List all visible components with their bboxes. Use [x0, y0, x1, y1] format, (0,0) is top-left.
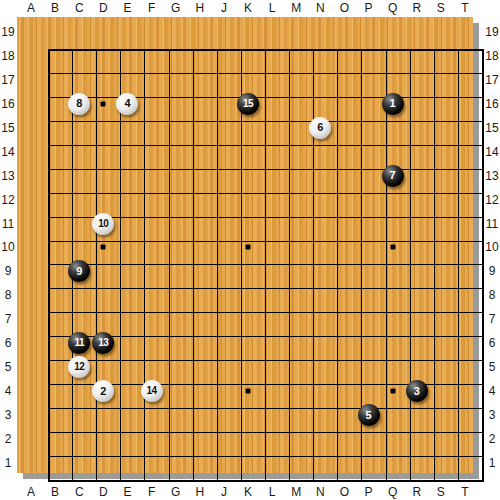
col-label-top: C: [75, 1, 84, 15]
grid-line-horizontal: [48, 288, 484, 289]
grid-line-horizontal: [48, 217, 484, 218]
board-grid: [48, 49, 483, 481]
grid-line-vertical: [169, 49, 170, 482]
col-label-bottom: B: [51, 485, 59, 499]
row-label-left: 16: [1, 97, 14, 111]
grid-line-horizontal: [48, 456, 484, 457]
grid-line-vertical: [120, 49, 121, 482]
col-label-bottom: H: [195, 485, 204, 499]
col-label-bottom: K: [244, 485, 252, 499]
grid-line-horizontal: [48, 97, 484, 98]
row-label-left: 19: [1, 25, 14, 39]
grid-line-vertical: [193, 49, 194, 482]
stone-black-3: 3: [406, 380, 428, 402]
stone-move-number: 11: [74, 338, 84, 348]
col-label-bottom: F: [148, 485, 155, 499]
col-label-top: G: [171, 1, 180, 15]
row-label-right: 13: [485, 169, 498, 183]
row-label-right: 19: [485, 25, 498, 39]
grid-line-horizontal: [48, 336, 484, 337]
row-label-right: 14: [485, 145, 498, 159]
grid-line-vertical: [48, 49, 50, 482]
row-label-left: 12: [1, 193, 14, 207]
col-label-bottom: E: [123, 485, 131, 499]
row-label-left: 10: [1, 240, 14, 254]
col-label-top: R: [412, 1, 421, 15]
grid-line-vertical: [386, 49, 387, 482]
grid-line-horizontal: [48, 432, 484, 433]
row-label-left: 2: [5, 432, 12, 446]
grid-line-vertical: [458, 49, 459, 482]
row-label-right: 16: [485, 97, 498, 111]
col-label-top: O: [340, 1, 349, 15]
grid-line-vertical: [482, 49, 484, 482]
go-kifu-page: 123456789101112131415 AABBCCDDEEFFGGHHJJ…: [0, 0, 500, 500]
col-label-bottom: S: [437, 485, 445, 499]
grid-line-horizontal: [48, 360, 484, 361]
col-label-top: Q: [388, 1, 397, 15]
col-label-top: J: [221, 1, 227, 15]
col-label-top: T: [461, 1, 468, 15]
row-label-right: 4: [489, 384, 496, 398]
grid-line-vertical: [337, 49, 338, 482]
stone-move-number: 15: [243, 99, 253, 109]
row-label-right: 12: [485, 193, 498, 207]
grid-line-horizontal: [48, 121, 484, 122]
stone-move-number: 9: [76, 266, 82, 277]
stone-move-number: 10: [98, 219, 108, 229]
col-label-bottom: C: [75, 485, 84, 499]
grid-line-horizontal: [48, 169, 484, 170]
grid-line-vertical: [410, 49, 411, 482]
stone-move-number: 5: [365, 410, 371, 421]
row-label-left: 13: [1, 169, 14, 183]
col-label-top: H: [195, 1, 204, 15]
stone-black-7: 7: [382, 165, 404, 187]
grid-line-horizontal: [48, 73, 484, 74]
stone-move-number: 13: [98, 338, 108, 348]
row-label-left: 6: [5, 336, 12, 350]
row-label-right: 18: [485, 49, 498, 63]
grid-line-horizontal: [48, 264, 484, 265]
row-label-right: 15: [485, 121, 498, 135]
col-label-bottom: M: [291, 485, 301, 499]
stone-black-5: 5: [358, 404, 380, 426]
stone-move-number: 14: [146, 386, 156, 396]
row-label-left: 4: [5, 384, 12, 398]
col-label-bottom: D: [99, 485, 108, 499]
stone-move-number: 8: [76, 98, 82, 109]
star-point: [390, 245, 395, 250]
stone-move-number: 4: [124, 98, 130, 109]
row-label-left: 14: [1, 145, 14, 159]
col-label-bottom: G: [171, 485, 180, 499]
col-label-top: K: [244, 1, 252, 15]
col-label-top: L: [269, 1, 276, 15]
row-label-left: 18: [1, 49, 14, 63]
go-board[interactable]: 123456789101112131415: [17, 17, 473, 473]
grid-line-horizontal: [48, 312, 484, 313]
row-label-right: 11: [486, 217, 498, 231]
star-point: [390, 389, 395, 394]
grid-line-vertical: [313, 49, 314, 482]
star-point: [101, 245, 106, 250]
col-label-bottom: T: [461, 485, 468, 499]
col-label-bottom: P: [365, 485, 373, 499]
stone-black-15: 15: [237, 93, 259, 115]
stone-move-number: 12: [74, 362, 84, 372]
stone-move-number: 3: [414, 386, 420, 397]
col-label-top: P: [365, 1, 373, 15]
col-label-top: E: [123, 1, 131, 15]
star-point: [101, 101, 106, 106]
row-label-left: 11: [2, 217, 14, 231]
col-label-top: M: [291, 1, 301, 15]
grid-line-vertical: [434, 49, 435, 482]
row-label-right: 9: [489, 264, 496, 278]
col-label-top: S: [437, 1, 445, 15]
stone-white-8: 8: [68, 93, 90, 115]
col-label-bottom: Q: [388, 485, 397, 499]
stone-move-number: 7: [390, 170, 396, 181]
star-point: [245, 389, 250, 394]
row-label-left: 1: [5, 456, 12, 470]
row-label-right: 6: [489, 336, 496, 350]
col-label-bottom: O: [340, 485, 349, 499]
stone-move-number: 2: [100, 386, 106, 397]
row-label-left: 17: [1, 73, 14, 87]
grid-line-vertical: [144, 49, 145, 482]
row-label-right: 3: [489, 408, 496, 422]
col-label-bottom: N: [316, 485, 325, 499]
col-label-top: B: [51, 1, 59, 15]
col-label-top: F: [148, 1, 155, 15]
row-label-left: 8: [5, 288, 12, 302]
grid-line-vertical: [241, 49, 242, 482]
grid-line-horizontal: [48, 241, 484, 242]
grid-line-horizontal: [48, 480, 484, 482]
col-label-bottom: L: [269, 485, 276, 499]
row-label-right: 7: [489, 312, 496, 326]
row-label-left: 15: [1, 121, 14, 135]
stone-white-6: 6: [309, 117, 331, 139]
col-label-bottom: A: [27, 485, 35, 499]
grid-line-horizontal: [48, 408, 484, 409]
col-label-top: D: [99, 1, 108, 15]
grid-line-horizontal: [48, 49, 484, 51]
grid-line-vertical: [217, 49, 218, 482]
row-label-right: 8: [489, 288, 496, 302]
col-label-top: A: [27, 1, 35, 15]
grid-line-vertical: [289, 49, 290, 482]
row-label-right: 5: [489, 360, 496, 374]
grid-line-horizontal: [48, 193, 484, 194]
row-label-right: 10: [485, 240, 498, 254]
grid-line-vertical: [265, 49, 266, 482]
row-label-right: 1: [489, 456, 496, 470]
stone-white-10: 10: [92, 213, 114, 235]
col-label-top: N: [316, 1, 325, 15]
col-label-bottom: J: [221, 485, 227, 499]
grid-line-vertical: [96, 49, 97, 482]
stone-black-1: 1: [382, 93, 404, 115]
stone-move-number: 1: [390, 98, 396, 109]
row-label-left: 9: [5, 264, 12, 278]
stone-white-14: 14: [141, 380, 163, 402]
row-label-right: 17: [485, 73, 498, 87]
row-label-left: 3: [5, 408, 12, 422]
row-label-left: 7: [5, 312, 12, 326]
stone-move-number: 6: [317, 122, 323, 133]
grid-line-horizontal: [48, 145, 484, 146]
col-label-bottom: R: [412, 485, 421, 499]
row-label-right: 2: [489, 432, 496, 446]
row-label-left: 5: [5, 360, 12, 374]
star-point: [245, 245, 250, 250]
